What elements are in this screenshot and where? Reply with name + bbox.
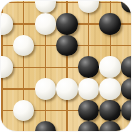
black-stone[interactable]	[35, 121, 57, 131]
black-stone[interactable]	[56, 35, 78, 57]
black-stone[interactable]	[78, 121, 100, 131]
white-stone[interactable]	[35, 1, 57, 13]
black-stone[interactable]	[78, 100, 100, 122]
black-stone[interactable]	[78, 56, 100, 78]
white-stone[interactable]	[1, 56, 13, 78]
go-app-icon[interactable]	[1, 1, 131, 131]
black-stone[interactable]	[121, 100, 131, 122]
white-stone[interactable]	[13, 35, 35, 57]
white-stone[interactable]	[1, 13, 13, 35]
black-stone[interactable]	[99, 13, 121, 35]
black-stone[interactable]	[121, 1, 131, 13]
screenshot-canvas	[0, 0, 132, 132]
white-stone[interactable]	[35, 78, 57, 100]
white-stone[interactable]	[99, 78, 121, 100]
white-stone[interactable]	[99, 56, 121, 78]
white-stone[interactable]	[56, 78, 78, 100]
white-stone[interactable]	[35, 13, 57, 35]
black-stone[interactable]	[121, 56, 131, 78]
black-stone[interactable]	[56, 13, 78, 35]
black-stone[interactable]	[99, 100, 121, 122]
go-board[interactable]	[1, 1, 131, 131]
black-stone[interactable]	[99, 121, 121, 131]
black-stone[interactable]	[121, 78, 131, 100]
white-stone[interactable]	[13, 100, 35, 122]
white-stone[interactable]	[78, 1, 100, 13]
white-stone[interactable]	[78, 78, 100, 100]
